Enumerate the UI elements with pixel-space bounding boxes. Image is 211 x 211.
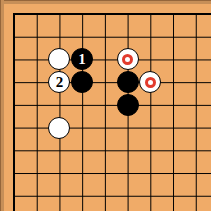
- white-stone[interactable]: [139, 71, 161, 93]
- move-number-label: 1: [78, 51, 86, 66]
- move-number-label: 2: [56, 74, 64, 89]
- frame-edge-top: [0, 0, 211, 4]
- circle-mark: [145, 77, 156, 88]
- white-stone[interactable]: 2: [48, 71, 70, 93]
- black-stone[interactable]: 1: [71, 48, 93, 70]
- go-diagram: 12: [0, 0, 211, 211]
- go-board[interactable]: 12: [3, 3, 207, 207]
- white-stone[interactable]: [48, 117, 70, 139]
- black-stone[interactable]: [71, 71, 93, 93]
- circle-mark: [122, 54, 133, 65]
- white-stone[interactable]: [48, 48, 70, 70]
- black-stone[interactable]: [117, 71, 139, 93]
- white-stone[interactable]: [117, 48, 139, 70]
- black-stone[interactable]: [117, 94, 139, 116]
- frame-edge-left: [0, 0, 4, 211]
